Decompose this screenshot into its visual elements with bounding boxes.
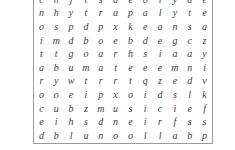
grid-cell[interactable]: n	[34, 7, 49, 21]
grid-cell[interactable]: v	[197, 75, 212, 89]
grid-cell-clipped[interactable]: e	[197, 0, 212, 7]
grid-cell[interactable]: d	[34, 129, 49, 143]
grid-cell[interactable]: a	[153, 20, 168, 34]
grid-cell[interactable]: t	[49, 47, 64, 61]
grid-cell[interactable]: a	[182, 47, 197, 61]
grid-cell[interactable]: a	[138, 7, 153, 21]
grid-cell[interactable]: k	[123, 20, 138, 34]
grid-cell[interactable]: r	[108, 75, 123, 89]
grid-cell[interactable]: t	[108, 61, 123, 75]
grid-cell[interactable]: g	[167, 34, 182, 48]
grid-cell[interactable]: a	[93, 47, 108, 61]
grid-cell[interactable]: k	[197, 88, 212, 102]
grid-cell[interactable]: d	[78, 20, 93, 34]
grid-cell[interactable]: i	[49, 115, 64, 129]
grid-cell[interactable]: a	[167, 47, 182, 61]
grid-cell-clipped[interactable]: c	[34, 0, 49, 7]
grid-cell[interactable]: h	[64, 115, 79, 129]
grid-cell[interactable]: h	[123, 47, 138, 61]
grid-cell-clipped[interactable]: a	[108, 0, 123, 7]
grid-cell[interactable]: z	[153, 75, 168, 89]
grid-cell[interactable]: d	[64, 34, 79, 48]
grid-cell[interactable]: g	[64, 47, 79, 61]
grid-cell[interactable]: i	[34, 34, 49, 48]
grid-cell[interactable]: a	[93, 61, 108, 75]
grid-cell[interactable]: p	[197, 129, 212, 143]
grid-cell[interactable]: i	[138, 88, 153, 102]
grid-cell[interactable]: e	[153, 61, 168, 75]
grid-cell[interactable]: e	[123, 115, 138, 129]
grid-cell-clipped[interactable]: t	[78, 0, 93, 7]
grid-cell[interactable]: i	[167, 102, 182, 116]
grid-cell[interactable]: s	[138, 47, 153, 61]
grid-cell[interactable]: i	[138, 115, 153, 129]
grid-cell[interactable]: c	[34, 102, 49, 116]
grid-cell[interactable]: e	[138, 61, 153, 75]
grid-cell[interactable]: t	[78, 75, 93, 89]
grid-cell[interactable]: b	[49, 129, 64, 143]
grid-cell[interactable]: t	[78, 7, 93, 21]
grid-cell[interactable]: b	[123, 34, 138, 48]
grid-cell[interactable]: o	[78, 47, 93, 61]
grid-cell[interactable]: z	[197, 34, 212, 48]
grid-cell[interactable]: m	[49, 34, 64, 48]
word-search-screenshot: chjtsaeolydenhytrapalyteospdpxkeansaimdb…	[0, 0, 235, 150]
grid-cell[interactable]: b	[78, 34, 93, 48]
grid-cell[interactable]: f	[197, 102, 212, 116]
grid-cell[interactable]: u	[78, 129, 93, 143]
grid-cell[interactable]: i	[138, 102, 153, 116]
grid-cell[interactable]: s	[78, 115, 93, 129]
grid-cell[interactable]: l	[153, 129, 168, 143]
grid-cell[interactable]: i	[78, 88, 93, 102]
grid-cell[interactable]: l	[182, 88, 197, 102]
grid-cell[interactable]: u	[64, 61, 79, 75]
grid-cell[interactable]: m	[167, 61, 182, 75]
grid-cell[interactable]: i	[197, 61, 212, 75]
grid-cell[interactable]: y	[197, 47, 212, 61]
grid-cell[interactable]: r	[93, 7, 108, 21]
grid-cell[interactable]: d	[93, 115, 108, 129]
word-search-grid: chjtsaeolydenhytrapalyteospdpxkeansaimdb…	[33, 0, 213, 144]
grid-cell[interactable]: l	[138, 129, 153, 143]
grid-cell[interactable]: e	[123, 61, 138, 75]
grid-cell[interactable]: r	[93, 75, 108, 89]
grid-cell[interactable]: h	[49, 7, 64, 21]
grid-cell[interactable]: e	[108, 34, 123, 48]
grid-cell[interactable]: x	[108, 88, 123, 102]
grid-cell[interactable]: s	[123, 102, 138, 116]
grid-cell[interactable]: l	[64, 129, 79, 143]
grid-cell[interactable]: n	[93, 129, 108, 143]
grid-cell[interactable]: n	[182, 61, 197, 75]
grid-cell[interactable]: e	[182, 102, 197, 116]
grid-cell[interactable]: e	[34, 115, 49, 129]
grid-cell[interactable]: o	[93, 34, 108, 48]
grid-cell[interactable]: e	[138, 20, 153, 34]
grid-cell-clipped[interactable]: h	[49, 0, 64, 7]
grid-cell[interactable]: s	[49, 20, 64, 34]
grid-cell[interactable]: q	[138, 75, 153, 89]
grid-cell[interactable]: t	[182, 7, 197, 21]
grid-cell[interactable]: s	[182, 115, 197, 129]
grid-cell[interactable]: a	[108, 7, 123, 21]
grid-cell[interactable]: n	[167, 20, 182, 34]
grid-cell[interactable]: i	[153, 47, 168, 61]
grid-cell[interactable]: e	[167, 75, 182, 89]
grid-cell[interactable]: r	[34, 75, 49, 89]
grid-cell-clipped[interactable]: s	[93, 0, 108, 7]
grid-cell-clipped[interactable]: j	[64, 0, 79, 7]
grid-cell[interactable]: u	[108, 102, 123, 116]
grid-cell[interactable]: t	[123, 75, 138, 89]
grid-cell[interactable]: m	[93, 102, 108, 116]
grid-cell[interactable]: o	[108, 129, 123, 143]
grid-cell[interactable]: b	[49, 61, 64, 75]
grid-cell[interactable]: p	[123, 7, 138, 21]
grid-cell[interactable]: d	[153, 88, 168, 102]
grid-cell[interactable]: n	[108, 115, 123, 129]
grid-cell[interactable]: p	[64, 20, 79, 34]
grid-cell-clipped[interactable]: l	[153, 0, 168, 7]
grid-cell[interactable]: y	[49, 75, 64, 89]
grid-cell[interactable]: s	[182, 20, 197, 34]
grid-cell[interactable]: y	[64, 7, 79, 21]
grid-cell[interactable]: a	[167, 129, 182, 143]
grid-cell[interactable]: r	[108, 47, 123, 61]
grid-cell[interactable]: c	[153, 102, 168, 116]
grid-cell[interactable]: b	[182, 129, 197, 143]
grid-cell[interactable]: o	[49, 88, 64, 102]
grid-cell-clipped[interactable]: o	[138, 0, 153, 7]
grid-cell[interactable]: d	[182, 75, 197, 89]
grid-cell[interactable]: s	[197, 115, 212, 129]
grid-cell[interactable]: o	[34, 88, 49, 102]
grid-cell[interactable]: o	[123, 129, 138, 143]
grid-cell[interactable]: d	[138, 34, 153, 48]
grid-cell[interactable]: w	[64, 75, 79, 89]
grid-cell[interactable]: c	[182, 34, 197, 48]
grid-cell[interactable]: r	[153, 115, 168, 129]
grid-cell[interactable]: o	[34, 20, 49, 34]
grid-cell[interactable]: y	[167, 7, 182, 21]
grid-cell[interactable]: u	[49, 102, 64, 116]
grid-cell[interactable]: e	[153, 34, 168, 48]
grid-cell[interactable]: x	[108, 20, 123, 34]
grid-cell[interactable]: a	[34, 61, 49, 75]
grid-cell[interactable]: p	[93, 88, 108, 102]
grid-cell[interactable]: a	[197, 20, 212, 34]
grid-cell[interactable]: s	[167, 88, 182, 102]
grid-cell[interactable]: f	[167, 115, 182, 129]
grid-cell-clipped[interactable]: d	[182, 0, 197, 7]
grid-cell[interactable]: p	[93, 20, 108, 34]
grid-cell[interactable]: e	[197, 7, 212, 21]
grid-cell[interactable]: o	[123, 88, 138, 102]
grid-cell[interactable]: l	[153, 7, 168, 21]
grid-cell-clipped[interactable]: e	[123, 0, 138, 7]
grid-cell-clipped[interactable]: y	[167, 0, 182, 7]
grid-cell[interactable]: m	[78, 61, 93, 75]
grid-cell[interactable]: b	[64, 102, 79, 116]
grid-cell[interactable]: e	[64, 88, 79, 102]
grid-cell[interactable]: t	[34, 47, 49, 61]
grid-cell[interactable]: z	[78, 102, 93, 116]
